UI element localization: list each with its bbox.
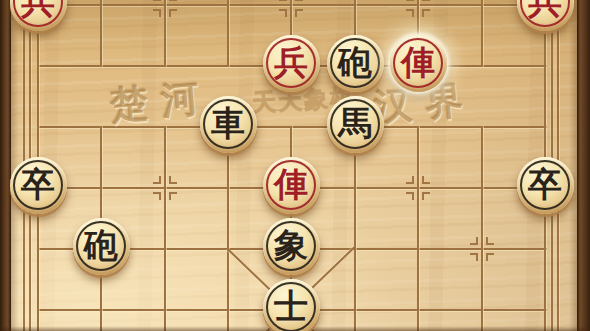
star-point-marker [279, 9, 287, 17]
board-frame-right [577, 0, 590, 331]
piece-character: 砲 [84, 228, 118, 262]
piece-black-cannon[interactable]: 砲 [327, 35, 384, 92]
piece-character: 馬 [338, 106, 372, 140]
file-line [417, 126, 419, 331]
star-point-marker [169, 176, 177, 184]
piece-character: 砲 [338, 45, 372, 79]
file-line [227, 0, 229, 67]
star-point-marker [422, 9, 430, 17]
star-point-marker [153, 9, 161, 17]
star-point-marker [422, 192, 430, 200]
star-point-marker [295, 0, 303, 1]
star-point-marker [406, 176, 414, 184]
piece-character: 車 [211, 106, 245, 140]
piece-character: 卒 [21, 167, 55, 201]
piece-character: 俥 [274, 167, 308, 201]
piece-character: 士 [274, 289, 308, 323]
piece-black-horse[interactable]: 馬 [327, 96, 384, 153]
star-point-marker [169, 9, 177, 17]
star-point-marker [486, 253, 494, 261]
piece-red-soldier[interactable]: 兵 [263, 35, 320, 92]
star-point-marker [406, 9, 414, 17]
file-line [354, 126, 356, 331]
star-point-marker [422, 176, 430, 184]
star-point-marker [279, 0, 287, 1]
star-point-marker [406, 192, 414, 200]
star-point-marker [422, 0, 430, 1]
piece-character: 兵 [274, 45, 308, 79]
file-line [481, 0, 483, 67]
star-point-marker [470, 253, 478, 261]
piece-black-soldier[interactable]: 卒 [517, 157, 574, 214]
star-point-marker [153, 0, 161, 1]
star-point-marker [486, 237, 494, 245]
star-point-marker [406, 0, 414, 1]
star-point-marker [169, 192, 177, 200]
xiangqi-board: 楚河 汉界 天天象棋 兵兵兵砲俥車馬卒俥卒砲象士 [0, 0, 590, 331]
piece-character: 象 [274, 228, 308, 262]
frame-shadow-right [569, 0, 577, 331]
star-point-marker [153, 192, 161, 200]
file-line [164, 0, 166, 67]
board-frame-left [0, 0, 11, 331]
file-line [100, 0, 102, 67]
star-point-marker [295, 9, 303, 17]
piece-character: 兵 [21, 0, 55, 18]
piece-red-chariot[interactable]: 俥 [390, 35, 447, 92]
star-point-marker [470, 237, 478, 245]
piece-character: 兵 [528, 0, 562, 18]
piece-black-cannon[interactable]: 砲 [73, 218, 130, 275]
star-point-marker [153, 176, 161, 184]
piece-character: 俥 [401, 45, 435, 79]
piece-black-elephant[interactable]: 象 [263, 218, 320, 275]
star-point-marker [169, 0, 177, 1]
piece-black-soldier[interactable]: 卒 [10, 157, 67, 214]
piece-red-chariot[interactable]: 俥 [263, 157, 320, 214]
file-line [164, 126, 166, 331]
file-line [227, 126, 229, 331]
file-line [481, 126, 483, 331]
rank-line [37, 4, 547, 6]
river-label-chu-he: 楚河 [109, 78, 214, 125]
piece-black-advisor[interactable]: 士 [263, 279, 320, 331]
piece-black-chariot[interactable]: 車 [200, 96, 257, 153]
piece-character: 卒 [528, 167, 562, 201]
